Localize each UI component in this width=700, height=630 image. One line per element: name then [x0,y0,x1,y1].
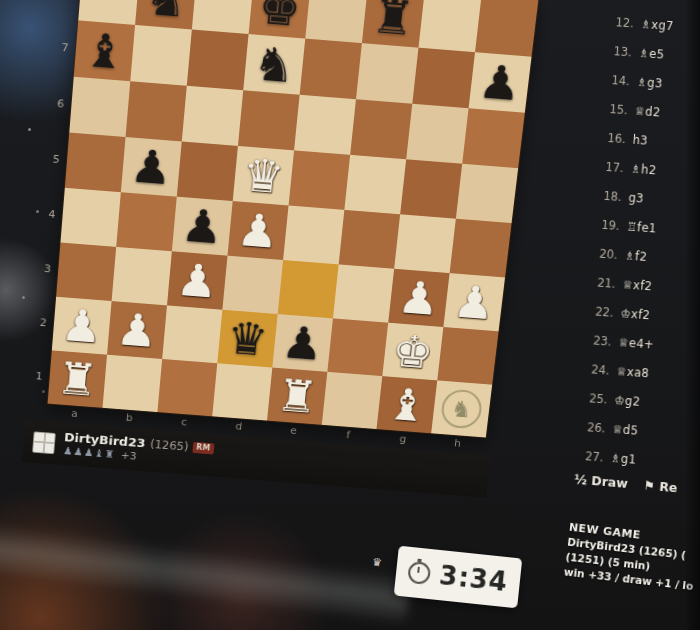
move-text[interactable]: ♔xf2 [620,306,651,322]
captured-pieces: ♟♟♟♝♜ [63,445,116,462]
bezel-reflection-dots [28,128,31,131]
move-number: 25. [585,391,608,407]
board-square-g6[interactable] [406,104,468,164]
photo-edge-shadow [684,0,700,630]
move-text[interactable]: g3 [628,190,644,205]
move-number: 23. [589,333,612,349]
board-square-f2[interactable] [327,318,388,376]
move-text[interactable]: ♗g1 [610,450,637,466]
move-number: 12. [611,14,634,30]
board-square-g3[interactable]: ♟ [388,269,449,327]
board-square-f1[interactable] [322,372,383,429]
board-square-b5[interactable]: ♟ [121,137,182,197]
photo-background: 87654321 ♞♚♜♝♞♟♟♛♟♟♟♟♟♟♟♛♟♚♜♜♝♞ abcdefgh… [0,0,700,630]
board-square-e3[interactable] [278,260,339,318]
board-square-h3[interactable]: ♟ [443,273,505,331]
white-king-g2[interactable]: ♚ [382,323,443,381]
board-square-h4[interactable] [450,219,512,278]
material-advantage: +3 [120,449,137,463]
move-number: 22. [591,304,614,320]
board-square-b3[interactable] [112,247,172,305]
board-square-h1[interactable]: ♞ [431,380,492,437]
move-text[interactable]: ♕d5 [612,422,639,438]
chess-board[interactable]: ♞♚♜♝♞♟♟♛♟♟♟♟♟♟♟♛♟♚♜♜♝♞ [48,0,539,437]
board-square-c1[interactable] [157,359,217,416]
black-pawn-c4[interactable]: ♟ [172,197,233,256]
board-square-g5[interactable] [400,159,462,218]
move-number: 24. [587,362,610,378]
resign-button[interactable]: ⚑ Re [643,477,678,495]
board-square-a7[interactable]: ♝ [74,20,135,81]
white-rook-e1[interactable]: ♜ [267,368,327,425]
board-square-e7[interactable] [300,39,362,100]
board-square-c7[interactable] [187,29,249,90]
board-square-a5[interactable] [65,133,126,193]
black-queen-d2[interactable]: ♛ [217,310,277,368]
move-row[interactable]: 27.♗g1 [581,441,685,477]
board-square-g4[interactable] [394,214,456,273]
move-number: 17. [601,159,624,175]
black-pawn-h7[interactable]: ♟ [469,52,532,113]
board-square-c3[interactable]: ♟ [167,251,228,309]
move-text[interactable]: ♖fe1 [626,219,657,235]
board-square-f6[interactable] [350,99,412,159]
move-number: 26. [583,419,606,435]
board-square-a1[interactable]: ♜ [48,350,107,407]
board-square-a4[interactable] [60,188,120,247]
move-number: 19. [597,217,620,233]
board-square-c6[interactable] [182,86,243,146]
move-number: 14. [607,72,630,88]
board-square-e5[interactable] [289,150,351,209]
player-clock: 3:34 [394,546,523,609]
clock-icon [407,561,431,585]
board-square-h2[interactable] [437,327,498,385]
white-pawn-h3[interactable]: ♟ [443,273,505,331]
move-text[interactable]: ♕d2 [634,103,661,119]
move-text[interactable]: ♗xg7 [640,16,674,32]
black-bishop-a7[interactable]: ♝ [74,20,135,81]
black-rook-f8[interactable]: ♜ [362,0,425,48]
move-number: 21. [593,275,616,291]
move-number: 15. [605,101,628,117]
player-badge: RM [193,442,214,455]
board-square-d6[interactable] [238,90,300,150]
move-number: 20. [595,246,618,262]
black-knight-d7[interactable]: ♞ [243,34,305,95]
board-square-c5[interactable] [177,141,238,201]
move-text[interactable]: ♕e4+ [618,335,654,351]
player-avatar[interactable] [32,431,56,454]
move-text[interactable]: ♗g3 [636,74,663,90]
board-square-a2[interactable]: ♟ [52,297,112,355]
board-square-a3[interactable] [56,243,116,302]
board-square-g7[interactable] [412,48,475,109]
mini-piece-glyph: ♛ [371,556,382,570]
move-text[interactable]: h3 [632,132,648,147]
move-text[interactable]: ♕xa8 [616,364,650,380]
board-square-b1[interactable] [103,355,163,412]
move-text[interactable]: ♕xf2 [622,277,653,293]
white-pawn-d4[interactable]: ♟ [228,201,289,260]
board-square-h6[interactable] [462,108,525,168]
board-square-g1[interactable]: ♝ [376,376,437,433]
board-square-c2[interactable] [162,305,222,363]
board-square-h5[interactable] [456,164,518,223]
board-square-b6[interactable] [126,81,187,141]
board-watermark-knight-icon: ♞ [440,388,484,429]
white-pawn-c3[interactable]: ♟ [167,251,228,309]
board-square-d2[interactable]: ♛ [217,310,277,368]
board-square-g8[interactable] [418,0,481,52]
board-square-c8[interactable] [192,0,254,34]
board-square-d8[interactable]: ♚ [249,0,311,39]
move-text[interactable]: ♗e5 [638,45,665,61]
white-pawn-g3[interactable]: ♟ [388,269,449,327]
move-text[interactable]: ♔g2 [614,393,641,409]
board-square-e1[interactable]: ♜ [267,368,327,425]
board-square-h7[interactable]: ♟ [469,52,532,113]
white-pawn-b2[interactable]: ♟ [107,301,167,359]
move-number: 27. [581,448,604,464]
chess-screen: 87654321 ♞♚♜♝♞♟♟♛♟♟♟♟♟♟♟♛♟♚♜♜♝♞ abcdefgh… [22,0,547,498]
board-square-f8[interactable]: ♜ [362,0,425,48]
black-king-d8[interactable]: ♚ [249,0,311,39]
white-pawn-a2[interactable]: ♟ [52,297,112,355]
white-queen-d5[interactable]: ♛ [233,146,294,206]
board-square-e2[interactable]: ♟ [272,314,333,372]
board-square-f3[interactable] [333,264,394,322]
move-number: 18. [599,188,622,204]
board-square-d5[interactable]: ♛ [233,146,294,206]
board-square-c4[interactable]: ♟ [172,197,233,256]
clock-time: 3:34 [438,560,509,597]
board-square-d1[interactable] [212,363,272,420]
black-pawn-b5[interactable]: ♟ [121,137,182,197]
black-pawn-e2[interactable]: ♟ [272,314,333,372]
board-square-b2[interactable]: ♟ [107,301,167,359]
board-square-d4[interactable]: ♟ [228,201,289,260]
white-bishop-g1[interactable]: ♝ [376,376,437,433]
board-square-h8[interactable] [475,0,538,57]
move-text[interactable]: ♗h2 [630,161,657,177]
board-square-a6[interactable] [69,77,130,137]
move-number: 16. [603,130,626,146]
board-square-f7[interactable] [356,43,418,104]
draw-button[interactable]: ½ Draw [574,471,629,491]
board-square-e4[interactable] [283,205,344,264]
board-square-g2[interactable]: ♚ [382,323,443,381]
board-square-f5[interactable] [344,155,406,214]
new-game-panel: NEW GAME DirtyBird23 (1265) ( (1251) (5 … [563,520,700,597]
move-number: 13. [609,43,632,59]
board-square-d7[interactable]: ♞ [243,34,305,95]
board-square-e6[interactable] [294,95,356,155]
screen-glare [0,520,411,623]
board-square-f4[interactable] [339,210,400,269]
board-square-b4[interactable] [116,192,177,251]
white-rook-a1[interactable]: ♜ [48,350,107,407]
move-list[interactable]: 12.♗xg713.♗e514.♗g315.♕d216.h317.♗h218.g… [581,0,700,477]
board-square-e8[interactable] [305,0,368,43]
move-text[interactable]: ♗f2 [624,248,647,264]
board-square-d3[interactable] [222,256,283,314]
board-square-b7[interactable] [130,25,192,86]
